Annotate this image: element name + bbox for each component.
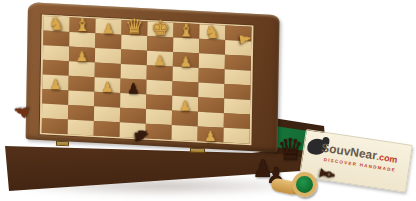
chess-piece-wB: ♝ [74, 16, 90, 34]
board-square [68, 120, 94, 136]
chess-piece-wP: ♟ [179, 55, 192, 69]
board-square [121, 64, 147, 80]
board-square [146, 94, 172, 110]
board-square: ♝ [69, 17, 95, 33]
board-square [223, 128, 249, 144]
loose-dark-bishop-lying: ♝ [315, 163, 338, 185]
chess-piece-bN: ♞ [131, 126, 151, 145]
chess-set-product-photo: ♞♝♟♛♚♝♞♟♟♟♟♟♟♟♟♞♟ ♟ SouvNear.com DISCOVE… [0, 0, 416, 201]
chess-board-grid: ♞♝♟♛♚♝♞♟♟♟♟♟♟♟♟♞♟ [40, 14, 254, 145]
board-square [224, 99, 250, 115]
green-felt-piece-base [292, 172, 317, 197]
board-square [68, 76, 94, 92]
board-square [120, 108, 146, 124]
board-square [42, 118, 68, 134]
board-square [43, 60, 69, 76]
chess-piece-wP: ♟ [237, 32, 253, 47]
chess-piece-wP: ♟ [102, 21, 115, 35]
chess-piece-wP: ♟ [179, 99, 192, 113]
chess-piece-wK: ♚ [151, 17, 170, 38]
board-square [95, 48, 121, 64]
chess-piece-wP: ♟ [101, 80, 114, 94]
board-square: ♟ [95, 19, 121, 35]
board-square: ♞ [43, 16, 69, 32]
chess-piece-wB: ♝ [178, 22, 194, 40]
board-square: ♟ [197, 126, 223, 142]
chess-piece-wP: ♟ [154, 53, 167, 67]
board-square: ♟ [94, 77, 120, 93]
board-square: ♟ [173, 52, 199, 68]
board-square [224, 113, 250, 129]
chess-piece-wP: ♟ [204, 129, 217, 143]
brand-prefix: Souv [320, 141, 351, 159]
board-square: ♞ [120, 122, 146, 138]
brand-suffix: Near [349, 145, 377, 163]
board-square [146, 109, 172, 125]
board-square [68, 105, 94, 121]
board-square: ♚ [147, 21, 173, 37]
board-square: ♟ [225, 26, 251, 42]
board-square [224, 69, 250, 85]
chess-piece-wN: ♞ [204, 23, 220, 41]
chess-piece-wP: ♟ [49, 77, 62, 91]
board-square: ♛ [121, 20, 147, 36]
brass-hinge-icon [56, 141, 69, 146]
board-square [224, 84, 250, 100]
loose-dark-queen: ♛ [277, 135, 304, 165]
chess-piece-wP: ♟ [76, 49, 89, 63]
board-square [198, 97, 224, 113]
board-square [68, 90, 94, 106]
board-square [42, 104, 68, 120]
board-square [199, 68, 225, 84]
board-square [225, 55, 251, 71]
board-square: ♟ [69, 47, 95, 63]
brand-tld: .com [376, 152, 398, 165]
board-square: ♞ [199, 24, 225, 40]
chess-piece-bP: ♟ [127, 81, 140, 95]
board-square: ♟ [42, 74, 68, 90]
board-square: ♟ [147, 51, 173, 67]
board-square [172, 81, 198, 97]
board-square [198, 83, 224, 99]
board-square: ♟ [172, 96, 198, 112]
chess-piece-wN: ♞ [48, 15, 64, 33]
board-square [43, 45, 69, 61]
board-square [94, 121, 120, 137]
board-square [172, 125, 198, 141]
board-square [95, 63, 121, 79]
chess-piece-wQ: ♛ [125, 16, 144, 37]
board-square [198, 112, 224, 128]
board-square: ♝ [173, 23, 199, 39]
board-square [121, 49, 147, 65]
board-square [94, 106, 120, 122]
board-square [146, 80, 172, 96]
chess-board-lid: ♞♝♟♛♚♝♞♟♟♟♟♟♟♟♟♞♟ [26, 2, 280, 152]
board-square: ♟ [120, 78, 146, 94]
board-square [199, 53, 225, 69]
